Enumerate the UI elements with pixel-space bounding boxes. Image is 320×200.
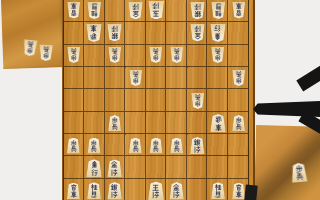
hand-piece-gote-歩兵[interactable] (39, 45, 54, 61)
camera-arm-corner-block (244, 184, 258, 200)
hand-piece-sente-歩兵[interactable] (290, 162, 308, 182)
hand-pieces-layer (0, 0, 320, 200)
photo-canvas (0, 0, 320, 200)
hand-piece-gote-歩兵[interactable] (22, 39, 38, 56)
